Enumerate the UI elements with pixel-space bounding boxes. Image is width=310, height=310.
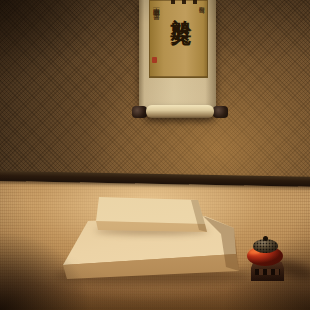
censer-lid-knob xyxy=(263,236,268,241)
calligraphy-main-text: 於嬰兒 xyxy=(168,2,194,78)
censer-perforated-lid xyxy=(253,239,278,253)
meditation-room-photo: 於嬰兒 丙申年夏月書 有限公司 xyxy=(0,0,310,310)
censer-stand-slots xyxy=(255,269,280,275)
calligraphy-signature-text: 丙申年夏月書 xyxy=(151,2,160,58)
scroll-roller-bar xyxy=(146,105,214,118)
red-seal-stamp xyxy=(152,57,157,63)
scroll-roller-knob-right xyxy=(213,106,228,118)
hanging-calligraphy-scroll: 於嬰兒 丙申年夏月書 有限公司 xyxy=(137,0,219,124)
watermark-text: 有限公司 xyxy=(198,2,206,36)
incense-burner xyxy=(245,236,295,282)
scroll-calligraphy-panel: 於嬰兒 丙申年夏月書 有限公司 xyxy=(149,0,208,78)
scroll-roller-knob-left xyxy=(132,106,147,118)
